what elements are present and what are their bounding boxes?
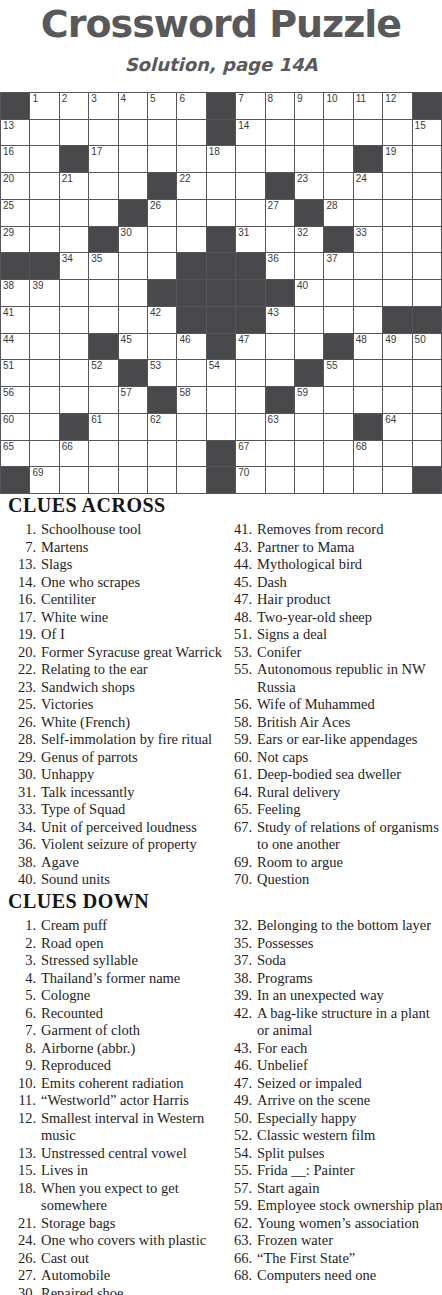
clue-item: 60.Not caps bbox=[226, 749, 440, 767]
grid-cell[interactable]: 46 bbox=[177, 334, 205, 360]
grid-cell[interactable] bbox=[324, 441, 352, 467]
grid-cell[interactable] bbox=[383, 173, 411, 199]
cell-number: 15 bbox=[415, 121, 426, 131]
grid-cell[interactable]: 66 bbox=[60, 441, 88, 467]
grid-cell[interactable]: 41 bbox=[1, 307, 29, 333]
clue-item: 45.Dash bbox=[226, 574, 440, 592]
grid-cell[interactable] bbox=[324, 387, 352, 413]
block-cell bbox=[148, 387, 176, 413]
cell-number: 68 bbox=[356, 442, 367, 452]
grid-cell[interactable]: 3 bbox=[89, 93, 117, 119]
grid-cell[interactable] bbox=[30, 173, 58, 199]
grid-cell[interactable] bbox=[413, 146, 441, 172]
grid-cell[interactable]: 30 bbox=[119, 227, 147, 253]
grid-cell[interactable] bbox=[413, 280, 441, 306]
grid-cell[interactable]: 27 bbox=[266, 200, 294, 226]
clue-number: 6. bbox=[10, 1005, 41, 1023]
clue-number: 1. bbox=[10, 917, 41, 935]
clue-text: Young women’s association bbox=[257, 1215, 419, 1233]
grid-cell[interactable] bbox=[177, 414, 205, 440]
clue-item: 5.Cologne bbox=[10, 987, 224, 1005]
grid-cell[interactable] bbox=[236, 173, 264, 199]
clue-item: 8.Airborne (abbr.) bbox=[10, 1040, 224, 1058]
grid-cell[interactable]: 31 bbox=[236, 227, 264, 253]
grid-cell[interactable]: 53 bbox=[148, 360, 176, 386]
clue-number: 11. bbox=[10, 1092, 41, 1110]
grid-cell[interactable] bbox=[89, 387, 117, 413]
grid-cell[interactable]: 17 bbox=[89, 146, 117, 172]
clue-text: Stressed syllable bbox=[41, 952, 138, 970]
grid-cell[interactable]: 57 bbox=[119, 387, 147, 413]
grid-cell[interactable]: 60 bbox=[1, 414, 29, 440]
block-cell bbox=[207, 227, 235, 253]
grid-cell[interactable] bbox=[324, 467, 352, 493]
block-cell bbox=[207, 467, 235, 493]
grid-cell[interactable] bbox=[324, 414, 352, 440]
grid-cell[interactable] bbox=[383, 360, 411, 386]
grid-cell[interactable] bbox=[383, 387, 411, 413]
grid-cell[interactable] bbox=[60, 387, 88, 413]
clue-text: Room to argue bbox=[257, 854, 343, 872]
grid-cell[interactable]: 64 bbox=[383, 414, 411, 440]
clue-number: 44. bbox=[226, 556, 257, 574]
grid-cell[interactable]: 12 bbox=[383, 93, 411, 119]
clues-down-column-right: 32.Belonging to the bottom layer35.Posse… bbox=[226, 917, 440, 1285]
clue-number: 7. bbox=[10, 539, 41, 557]
grid-cell[interactable]: 54 bbox=[207, 360, 235, 386]
clue-text: Feeling bbox=[257, 801, 301, 819]
grid-cell[interactable]: 44 bbox=[1, 334, 29, 360]
block-cell bbox=[236, 253, 264, 279]
clue-number: 36. bbox=[10, 836, 41, 854]
cell-number: 8 bbox=[268, 94, 274, 104]
grid-cell[interactable] bbox=[177, 200, 205, 226]
grid-cell[interactable]: 22 bbox=[177, 173, 205, 199]
grid-cell[interactable]: 34 bbox=[60, 253, 88, 279]
grid-cell[interactable] bbox=[89, 467, 117, 493]
page-title: Crossword Puzzle bbox=[0, 2, 442, 46]
grid-cell[interactable] bbox=[177, 146, 205, 172]
grid-cell[interactable] bbox=[383, 441, 411, 467]
clue-number: 33. bbox=[10, 801, 41, 819]
clue-item: 27.Automobile bbox=[10, 1267, 224, 1285]
grid-cell[interactable] bbox=[60, 360, 88, 386]
grid-cell[interactable] bbox=[295, 146, 323, 172]
grid-cell[interactable]: 52 bbox=[89, 360, 117, 386]
grid-cell[interactable] bbox=[30, 414, 58, 440]
clue-number: 68. bbox=[226, 1267, 257, 1285]
grid-cell[interactable] bbox=[119, 280, 147, 306]
clue-text: Not caps bbox=[257, 749, 308, 767]
grid-cell[interactable] bbox=[383, 200, 411, 226]
clue-text: Especially happy bbox=[257, 1110, 356, 1128]
clue-text: Sandwich shops bbox=[41, 679, 135, 697]
clue-number: 61. bbox=[226, 766, 257, 784]
grid-cell[interactable]: 1 bbox=[30, 93, 58, 119]
clue-text: Lives in bbox=[41, 1162, 88, 1180]
clue-number: 30. bbox=[10, 766, 41, 784]
cell-number: 24 bbox=[356, 174, 367, 184]
cell-number: 64 bbox=[385, 415, 396, 425]
grid-cell[interactable]: 16 bbox=[1, 146, 29, 172]
grid-cell[interactable]: 63 bbox=[266, 414, 294, 440]
cell-number: 57 bbox=[121, 388, 132, 398]
grid-cell[interactable] bbox=[148, 253, 176, 279]
clue-item: 53.Conifer bbox=[226, 644, 440, 662]
clue-text: Talk incessantly bbox=[41, 784, 135, 802]
grid-cell[interactable] bbox=[207, 173, 235, 199]
grid-cell[interactable]: 13 bbox=[1, 120, 29, 146]
clue-number: 26. bbox=[10, 1250, 41, 1268]
grid-cell[interactable] bbox=[30, 120, 58, 146]
grid-cell[interactable] bbox=[148, 441, 176, 467]
cell-number: 36 bbox=[268, 254, 279, 264]
grid-cell[interactable] bbox=[89, 307, 117, 333]
grid-cell[interactable] bbox=[413, 387, 441, 413]
grid-cell[interactable] bbox=[354, 200, 382, 226]
grid-cell[interactable] bbox=[413, 414, 441, 440]
clue-item: 30.Repaired shoe bbox=[10, 1285, 224, 1295]
clue-number: 69. bbox=[226, 854, 257, 872]
grid-cell[interactable] bbox=[324, 280, 352, 306]
grid-cell[interactable] bbox=[148, 334, 176, 360]
grid-cell[interactable] bbox=[354, 467, 382, 493]
grid-cell[interactable] bbox=[148, 227, 176, 253]
grid-cell[interactable] bbox=[119, 253, 147, 279]
grid-cell[interactable] bbox=[324, 307, 352, 333]
clue-item: 3.Stressed syllable bbox=[10, 952, 224, 970]
grid-cell[interactable] bbox=[413, 173, 441, 199]
grid-cell[interactable]: 20 bbox=[1, 173, 29, 199]
grid-cell[interactable] bbox=[413, 441, 441, 467]
grid-cell[interactable] bbox=[30, 146, 58, 172]
grid-cell[interactable] bbox=[60, 280, 88, 306]
clue-text: For each bbox=[257, 1040, 307, 1058]
clue-number: 23. bbox=[10, 679, 41, 697]
grid-cell[interactable] bbox=[413, 200, 441, 226]
crossword-grid[interactable]: 1234567891011121314151617181920212223242… bbox=[0, 92, 442, 494]
grid-cell[interactable]: 24 bbox=[354, 173, 382, 199]
grid-cell[interactable] bbox=[30, 441, 58, 467]
clue-item: 55.Frida __: Painter bbox=[226, 1162, 440, 1180]
clue-item: 65.Feeling bbox=[226, 801, 440, 819]
clue-text: Of I bbox=[41, 626, 65, 644]
grid-cell[interactable] bbox=[383, 120, 411, 146]
grid-cell[interactable] bbox=[266, 227, 294, 253]
cell-number: 27 bbox=[268, 201, 279, 211]
grid-cell[interactable]: 33 bbox=[354, 227, 382, 253]
grid-cell[interactable] bbox=[177, 360, 205, 386]
grid-cell[interactable] bbox=[413, 360, 441, 386]
clue-text: Computers need one bbox=[257, 1267, 376, 1285]
grid-cell[interactable] bbox=[354, 387, 382, 413]
clue-item: 21.Storage bags bbox=[10, 1215, 224, 1233]
grid-cell[interactable] bbox=[119, 414, 147, 440]
grid-cell[interactable] bbox=[295, 120, 323, 146]
grid-cell[interactable] bbox=[60, 307, 88, 333]
clue-number: 30. bbox=[10, 1285, 41, 1295]
grid-cell[interactable] bbox=[60, 120, 88, 146]
block-cell bbox=[207, 120, 235, 146]
cell-number: 9 bbox=[297, 94, 303, 104]
grid-cell[interactable]: 19 bbox=[383, 146, 411, 172]
clue-item: 46.Unbelief bbox=[226, 1057, 440, 1075]
clue-item: 38.Programs bbox=[226, 970, 440, 988]
grid-cell[interactable] bbox=[383, 467, 411, 493]
block-cell bbox=[413, 467, 441, 493]
clue-text: Repaired shoe bbox=[41, 1285, 124, 1295]
grid-cell[interactable] bbox=[119, 441, 147, 467]
block-cell bbox=[177, 280, 205, 306]
grid-cell[interactable]: 10 bbox=[324, 93, 352, 119]
grid-cell[interactable]: 23 bbox=[295, 173, 323, 199]
block-cell bbox=[207, 253, 235, 279]
grid-cell[interactable]: 56 bbox=[1, 387, 29, 413]
grid-cell[interactable] bbox=[89, 173, 117, 199]
cell-number: 60 bbox=[3, 415, 14, 425]
grid-cell[interactable]: 51 bbox=[1, 360, 29, 386]
cell-number: 54 bbox=[209, 361, 220, 371]
grid-cell[interactable] bbox=[236, 387, 264, 413]
grid-cell[interactable]: 69 bbox=[30, 467, 58, 493]
clue-number: 2. bbox=[10, 935, 41, 953]
cell-number: 49 bbox=[385, 335, 396, 345]
grid-cell[interactable]: 59 bbox=[295, 387, 323, 413]
cell-number: 33 bbox=[356, 228, 367, 238]
clue-number: 66. bbox=[226, 1250, 257, 1268]
grid-cell[interactable] bbox=[413, 253, 441, 279]
clue-text: Reproduced bbox=[41, 1057, 111, 1075]
cell-number: 25 bbox=[3, 201, 14, 211]
clue-number: 55. bbox=[226, 661, 257, 679]
grid-cell[interactable] bbox=[354, 253, 382, 279]
clue-item: 13.Slags bbox=[10, 556, 224, 574]
clue-item: 17.White wine bbox=[10, 609, 224, 627]
grid-cell[interactable] bbox=[30, 227, 58, 253]
grid-cell[interactable]: 62 bbox=[148, 414, 176, 440]
grid-cell[interactable]: 21 bbox=[60, 173, 88, 199]
grid-cell[interactable] bbox=[354, 360, 382, 386]
grid-cell[interactable]: 2 bbox=[60, 93, 88, 119]
grid-cell[interactable]: 67 bbox=[236, 441, 264, 467]
grid-cell[interactable] bbox=[177, 441, 205, 467]
grid-cell[interactable] bbox=[266, 120, 294, 146]
grid-cell[interactable]: 58 bbox=[177, 387, 205, 413]
grid-cell[interactable]: 14 bbox=[236, 120, 264, 146]
block-cell bbox=[1, 253, 29, 279]
clue-item: 59.Ears or ear-like appendages bbox=[226, 731, 440, 749]
grid-cell[interactable]: 43 bbox=[266, 307, 294, 333]
grid-cell[interactable] bbox=[207, 387, 235, 413]
grid-cell[interactable] bbox=[266, 441, 294, 467]
grid-cell[interactable] bbox=[383, 280, 411, 306]
clue-number: 38. bbox=[10, 854, 41, 872]
grid-cell[interactable] bbox=[295, 307, 323, 333]
grid-cell[interactable] bbox=[89, 200, 117, 226]
grid-cell[interactable] bbox=[295, 253, 323, 279]
clue-number: 39. bbox=[226, 987, 257, 1005]
clue-item: 7.Martens bbox=[10, 539, 224, 557]
grid-cell[interactable]: 45 bbox=[119, 334, 147, 360]
grid-cell[interactable] bbox=[354, 120, 382, 146]
grid-cell[interactable] bbox=[236, 414, 264, 440]
grid-cell[interactable] bbox=[295, 467, 323, 493]
block-cell bbox=[324, 334, 352, 360]
block-cell bbox=[413, 93, 441, 119]
cell-number: 48 bbox=[356, 335, 367, 345]
grid-cell[interactable]: 5 bbox=[148, 93, 176, 119]
grid-cell[interactable] bbox=[60, 200, 88, 226]
cell-number: 67 bbox=[238, 442, 249, 452]
grid-cell[interactable] bbox=[266, 146, 294, 172]
grid-cell[interactable] bbox=[30, 307, 58, 333]
cell-number: 61 bbox=[91, 415, 102, 425]
cell-number: 46 bbox=[179, 335, 190, 345]
clue-item: 33.Type of Squad bbox=[10, 801, 224, 819]
grid-cell[interactable]: 35 bbox=[89, 253, 117, 279]
grid-cell[interactable] bbox=[324, 173, 352, 199]
grid-cell[interactable] bbox=[295, 441, 323, 467]
clue-number: 5. bbox=[10, 987, 41, 1005]
clue-text: Recounted bbox=[41, 1005, 103, 1023]
cell-number: 63 bbox=[268, 415, 279, 425]
clue-number: 45. bbox=[226, 574, 257, 592]
grid-cell[interactable]: 11 bbox=[354, 93, 382, 119]
grid-cell[interactable]: 49 bbox=[383, 334, 411, 360]
clue-text: Schoolhouse tool bbox=[41, 521, 141, 539]
grid-cell[interactable] bbox=[119, 146, 147, 172]
grid-cell[interactable] bbox=[119, 307, 147, 333]
clue-item: 38.Agave bbox=[10, 854, 224, 872]
clue-item: 56.Wife of Muhammed bbox=[226, 696, 440, 714]
clue-item: 55.Autonomous republic in NWRussia bbox=[226, 661, 440, 696]
grid-cell[interactable] bbox=[383, 227, 411, 253]
grid-cell[interactable]: 50 bbox=[413, 334, 441, 360]
clue-number: 42. bbox=[226, 1005, 257, 1023]
clue-number: 49. bbox=[226, 1092, 257, 1110]
grid-cell[interactable] bbox=[383, 253, 411, 279]
cell-number: 3 bbox=[91, 94, 97, 104]
grid-cell[interactable] bbox=[30, 360, 58, 386]
block-cell bbox=[177, 307, 205, 333]
grid-cell[interactable] bbox=[60, 334, 88, 360]
clue-text: Signs a deal bbox=[257, 626, 327, 644]
grid-cell[interactable]: 7 bbox=[236, 93, 264, 119]
cell-number: 5 bbox=[150, 94, 156, 104]
grid-cell[interactable]: 26 bbox=[148, 200, 176, 226]
grid-cell[interactable]: 29 bbox=[1, 227, 29, 253]
grid-cell[interactable]: 4 bbox=[119, 93, 147, 119]
grid-cell[interactable] bbox=[89, 441, 117, 467]
grid-cell[interactable] bbox=[177, 467, 205, 493]
grid-cell[interactable] bbox=[119, 120, 147, 146]
grid-cell[interactable] bbox=[30, 387, 58, 413]
grid-cell[interactable] bbox=[324, 120, 352, 146]
grid-cell[interactable]: 47 bbox=[236, 334, 264, 360]
grid-cell[interactable]: 40 bbox=[295, 280, 323, 306]
grid-cell[interactable] bbox=[354, 280, 382, 306]
grid-cell[interactable] bbox=[119, 173, 147, 199]
grid-cell[interactable] bbox=[295, 334, 323, 360]
grid-cell[interactable] bbox=[60, 467, 88, 493]
grid-cell[interactable]: 65 bbox=[1, 441, 29, 467]
grid-cell[interactable]: 15 bbox=[413, 120, 441, 146]
grid-cell[interactable]: 9 bbox=[295, 93, 323, 119]
cell-number: 10 bbox=[326, 94, 337, 104]
grid-cell[interactable]: 68 bbox=[354, 441, 382, 467]
grid-cell[interactable] bbox=[236, 200, 264, 226]
grid-cell[interactable] bbox=[177, 227, 205, 253]
grid-cell[interactable] bbox=[354, 307, 382, 333]
grid-cell[interactable] bbox=[324, 146, 352, 172]
grid-cell[interactable] bbox=[30, 334, 58, 360]
grid-cell[interactable]: 37 bbox=[324, 253, 352, 279]
clue-number: 17. bbox=[10, 609, 41, 627]
grid-cell[interactable]: 38 bbox=[1, 280, 29, 306]
grid-cell[interactable] bbox=[177, 120, 205, 146]
clue-text: Arrive on the scene bbox=[257, 1092, 370, 1110]
grid-cell[interactable]: 28 bbox=[324, 200, 352, 226]
clue-item: 12.Smallest interval in Westernmusic bbox=[10, 1110, 224, 1145]
grid-cell[interactable] bbox=[89, 120, 117, 146]
grid-cell[interactable]: 18 bbox=[207, 146, 235, 172]
grid-cell[interactable]: 70 bbox=[236, 467, 264, 493]
clue-item: 7.Garment of cloth bbox=[10, 1022, 224, 1040]
cell-number: 43 bbox=[268, 308, 279, 318]
grid-cell[interactable]: 39 bbox=[30, 280, 58, 306]
grid-cell[interactable]: 25 bbox=[1, 200, 29, 226]
grid-cell[interactable] bbox=[266, 467, 294, 493]
grid-cell[interactable] bbox=[295, 414, 323, 440]
grid-cell[interactable]: 8 bbox=[266, 93, 294, 119]
clue-text: Martens bbox=[41, 539, 89, 557]
grid-cell[interactable]: 55 bbox=[324, 360, 352, 386]
grid-cell[interactable] bbox=[236, 146, 264, 172]
clue-number: 35. bbox=[226, 935, 257, 953]
grid-cell[interactable] bbox=[148, 467, 176, 493]
grid-cell[interactable]: 32 bbox=[295, 227, 323, 253]
grid-cell[interactable] bbox=[60, 227, 88, 253]
grid-cell[interactable] bbox=[89, 280, 117, 306]
grid-cell[interactable] bbox=[207, 414, 235, 440]
grid-cell[interactable]: 61 bbox=[89, 414, 117, 440]
clue-item: 11.“Westworld” actor Harris bbox=[10, 1092, 224, 1110]
grid-cell[interactable] bbox=[413, 227, 441, 253]
block-cell bbox=[236, 280, 264, 306]
grid-cell[interactable] bbox=[207, 200, 235, 226]
grid-cell[interactable] bbox=[236, 360, 264, 386]
clue-item: 57.Start again bbox=[226, 1180, 440, 1198]
block-cell bbox=[119, 360, 147, 386]
grid-cell[interactable]: 42 bbox=[148, 307, 176, 333]
grid-cell[interactable] bbox=[266, 334, 294, 360]
grid-cell[interactable] bbox=[119, 467, 147, 493]
grid-cell[interactable] bbox=[30, 200, 58, 226]
block-cell bbox=[295, 360, 323, 386]
grid-cell[interactable]: 48 bbox=[354, 334, 382, 360]
grid-cell[interactable] bbox=[148, 120, 176, 146]
clue-item: 70.Question bbox=[226, 871, 440, 889]
grid-cell[interactable]: 6 bbox=[177, 93, 205, 119]
clue-number: 4. bbox=[10, 970, 41, 988]
cell-number: 12 bbox=[385, 94, 396, 104]
clue-text: Cream puff bbox=[41, 917, 107, 935]
cell-number: 11 bbox=[356, 94, 366, 104]
grid-cell[interactable]: 36 bbox=[266, 253, 294, 279]
clue-text: Hair product bbox=[257, 591, 331, 609]
grid-cell[interactable] bbox=[148, 146, 176, 172]
grid-cell[interactable] bbox=[266, 360, 294, 386]
